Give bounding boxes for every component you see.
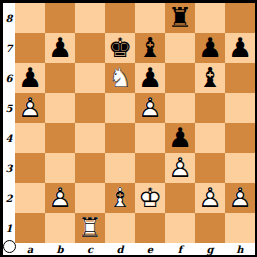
square-a1[interactable] bbox=[15, 213, 45, 243]
white-to-move-indicator bbox=[3, 240, 16, 253]
piece-white-king[interactable]: ♔ bbox=[135, 183, 165, 213]
square-f1[interactable] bbox=[165, 213, 195, 243]
square-d3[interactable] bbox=[105, 153, 135, 183]
piece-white-pawn[interactable]: ♙ bbox=[195, 183, 225, 213]
square-f7[interactable] bbox=[165, 33, 195, 63]
square-a5[interactable]: ♟♙ bbox=[15, 93, 45, 123]
square-d1[interactable] bbox=[105, 213, 135, 243]
square-b1[interactable] bbox=[45, 213, 75, 243]
square-d8[interactable] bbox=[105, 3, 135, 33]
square-a4[interactable] bbox=[15, 123, 45, 153]
square-c4[interactable] bbox=[75, 123, 105, 153]
square-f6[interactable] bbox=[165, 63, 195, 93]
piece-black-pawn[interactable]: ♟ bbox=[165, 123, 195, 153]
square-h1[interactable] bbox=[225, 213, 255, 243]
square-b2[interactable]: ♟♙ bbox=[45, 183, 75, 213]
piece-white-pawn[interactable]: ♙ bbox=[135, 93, 165, 123]
square-a2[interactable] bbox=[15, 183, 45, 213]
square-g4[interactable] bbox=[195, 123, 225, 153]
square-g7[interactable]: ♟ bbox=[195, 33, 225, 63]
square-c8[interactable] bbox=[75, 3, 105, 33]
square-e7[interactable]: ♝ bbox=[135, 33, 165, 63]
chess-diagram: ♜♟♚♝♟♟♟♞♘♟♝♟♙♟♙♟♟♙♟♙♝♗♚♔♟♙♟♙♜♖ 87654321 … bbox=[0, 0, 257, 257]
square-a8[interactable] bbox=[15, 3, 45, 33]
square-c3[interactable] bbox=[75, 153, 105, 183]
square-d5[interactable] bbox=[105, 93, 135, 123]
rank-label-7: 7 bbox=[3, 33, 15, 63]
piece-black-pawn[interactable]: ♟ bbox=[225, 33, 255, 63]
square-c6[interactable] bbox=[75, 63, 105, 93]
square-b6[interactable] bbox=[45, 63, 75, 93]
square-b3[interactable] bbox=[45, 153, 75, 183]
file-label-c: c bbox=[75, 243, 105, 255]
piece-black-bishop[interactable]: ♝ bbox=[195, 63, 225, 93]
piece-black-pawn[interactable]: ♟ bbox=[195, 33, 225, 63]
rank-label-2: 2 bbox=[3, 183, 15, 213]
square-h8[interactable] bbox=[225, 3, 255, 33]
square-g5[interactable] bbox=[195, 93, 225, 123]
file-label-b: b bbox=[45, 243, 75, 255]
square-a6[interactable]: ♟ bbox=[15, 63, 45, 93]
square-c7[interactable] bbox=[75, 33, 105, 63]
square-h4[interactable] bbox=[225, 123, 255, 153]
piece-black-bishop[interactable]: ♝ bbox=[135, 33, 165, 63]
square-f8[interactable]: ♜ bbox=[165, 3, 195, 33]
rank-label-1: 1 bbox=[3, 213, 15, 243]
rank-label-8: 8 bbox=[3, 3, 15, 33]
square-f4[interactable]: ♟ bbox=[165, 123, 195, 153]
square-b8[interactable] bbox=[45, 3, 75, 33]
rank-label-3: 3 bbox=[3, 153, 15, 183]
square-e4[interactable] bbox=[135, 123, 165, 153]
piece-black-king[interactable]: ♚ bbox=[105, 33, 135, 63]
square-g2[interactable]: ♟♙ bbox=[195, 183, 225, 213]
rank-labels: 87654321 bbox=[3, 3, 15, 243]
square-c5[interactable] bbox=[75, 93, 105, 123]
rank-label-5: 5 bbox=[3, 93, 15, 123]
file-label-d: d bbox=[105, 243, 135, 255]
square-c2[interactable] bbox=[75, 183, 105, 213]
file-labels: abcdefgh bbox=[15, 243, 255, 255]
file-label-e: e bbox=[135, 243, 165, 255]
square-d7[interactable]: ♚ bbox=[105, 33, 135, 63]
rank-label-6: 6 bbox=[3, 63, 15, 93]
square-h2[interactable]: ♟♙ bbox=[225, 183, 255, 213]
piece-white-knight[interactable]: ♘ bbox=[105, 63, 135, 93]
file-label-a: a bbox=[15, 243, 45, 255]
piece-black-rook[interactable]: ♜ bbox=[165, 3, 195, 33]
square-g6[interactable]: ♝ bbox=[195, 63, 225, 93]
piece-white-bishop[interactable]: ♗ bbox=[105, 183, 135, 213]
rank-label-4: 4 bbox=[3, 123, 15, 153]
piece-black-pawn[interactable]: ♟ bbox=[135, 63, 165, 93]
square-d4[interactable] bbox=[105, 123, 135, 153]
piece-white-pawn[interactable]: ♙ bbox=[45, 183, 75, 213]
square-h5[interactable] bbox=[225, 93, 255, 123]
piece-white-pawn[interactable]: ♙ bbox=[225, 183, 255, 213]
square-f2[interactable] bbox=[165, 183, 195, 213]
square-h6[interactable] bbox=[225, 63, 255, 93]
square-d6[interactable]: ♞♘ bbox=[105, 63, 135, 93]
square-e6[interactable]: ♟ bbox=[135, 63, 165, 93]
square-e5[interactable]: ♟♙ bbox=[135, 93, 165, 123]
piece-white-pawn[interactable]: ♙ bbox=[15, 93, 45, 123]
file-label-f: f bbox=[165, 243, 195, 255]
chess-board: ♜♟♚♝♟♟♟♞♘♟♝♟♙♟♙♟♟♙♟♙♝♗♚♔♟♙♟♙♜♖ bbox=[15, 3, 255, 243]
piece-black-pawn[interactable]: ♟ bbox=[45, 33, 75, 63]
square-f3[interactable]: ♟♙ bbox=[165, 153, 195, 183]
square-g3[interactable] bbox=[195, 153, 225, 183]
square-h7[interactable]: ♟ bbox=[225, 33, 255, 63]
file-label-h: h bbox=[225, 243, 255, 255]
piece-white-rook[interactable]: ♖ bbox=[75, 213, 105, 243]
square-f5[interactable] bbox=[165, 93, 195, 123]
file-label-g: g bbox=[195, 243, 225, 255]
square-a7[interactable] bbox=[15, 33, 45, 63]
square-e1[interactable] bbox=[135, 213, 165, 243]
square-c1[interactable]: ♜♖ bbox=[75, 213, 105, 243]
square-g1[interactable] bbox=[195, 213, 225, 243]
square-a3[interactable] bbox=[15, 153, 45, 183]
square-d2[interactable]: ♝♗ bbox=[105, 183, 135, 213]
square-b4[interactable] bbox=[45, 123, 75, 153]
square-e8[interactable] bbox=[135, 3, 165, 33]
square-e2[interactable]: ♚♔ bbox=[135, 183, 165, 213]
square-e3[interactable] bbox=[135, 153, 165, 183]
square-h3[interactable] bbox=[225, 153, 255, 183]
piece-white-pawn[interactable]: ♙ bbox=[165, 153, 195, 183]
square-g8[interactable] bbox=[195, 3, 225, 33]
piece-black-pawn[interactable]: ♟ bbox=[15, 63, 45, 93]
square-b7[interactable]: ♟ bbox=[45, 33, 75, 63]
square-b5[interactable] bbox=[45, 93, 75, 123]
